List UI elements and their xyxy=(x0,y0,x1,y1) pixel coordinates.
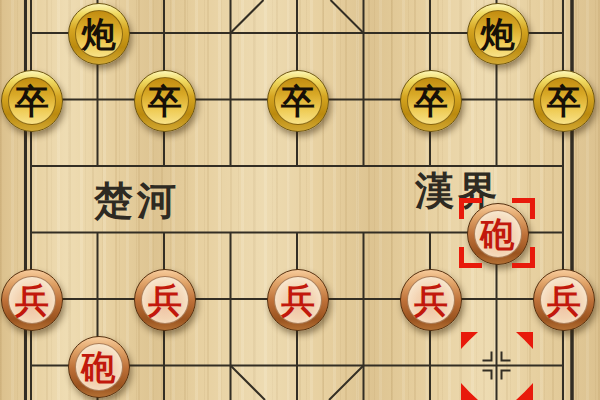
piece-black-soldier[interactable]: 卒 xyxy=(533,70,595,132)
piece-face: 炮 xyxy=(474,10,522,58)
piece-glyph: 炮 xyxy=(481,17,515,51)
piece-glyph: 兵 xyxy=(148,283,182,317)
piece-glyph: 砲 xyxy=(82,350,116,384)
piece-face: 砲 xyxy=(474,210,522,258)
piece-red-cannon[interactable]: 砲 xyxy=(68,336,130,398)
piece-red-soldier[interactable]: 兵 xyxy=(134,269,196,331)
piece-face: 卒 xyxy=(141,77,189,125)
piece-glyph: 卒 xyxy=(281,84,315,118)
piece-red-soldier[interactable]: 兵 xyxy=(267,269,329,331)
piece-face: 兵 xyxy=(274,276,322,324)
piece-glyph: 炮 xyxy=(82,17,116,51)
piece-black-cannon[interactable]: 炮 xyxy=(467,3,529,65)
piece-glyph: 卒 xyxy=(414,84,448,118)
piece-face: 兵 xyxy=(8,276,56,324)
piece-black-soldier[interactable]: 卒 xyxy=(1,70,63,132)
piece-face: 兵 xyxy=(540,276,588,324)
xiangqi-board[interactable]: 楚河 漢界 炮炮卒卒卒卒卒砲兵兵兵兵兵砲 xyxy=(0,0,600,400)
piece-face: 卒 xyxy=(8,77,56,125)
piece-red-soldier[interactable]: 兵 xyxy=(533,269,595,331)
piece-face: 砲 xyxy=(75,343,123,391)
piece-glyph: 卒 xyxy=(547,84,581,118)
piece-glyph: 兵 xyxy=(547,283,581,317)
piece-face: 卒 xyxy=(274,77,322,125)
piece-glyph: 卒 xyxy=(15,84,49,118)
piece-black-cannon[interactable]: 炮 xyxy=(68,3,130,65)
piece-red-soldier[interactable]: 兵 xyxy=(400,269,462,331)
piece-red-cannon[interactable]: 砲 xyxy=(467,203,529,265)
piece-black-soldier[interactable]: 卒 xyxy=(134,70,196,132)
piece-face: 卒 xyxy=(540,77,588,125)
piece-glyph: 兵 xyxy=(281,283,315,317)
piece-glyph: 兵 xyxy=(414,283,448,317)
piece-face: 炮 xyxy=(75,10,123,58)
piece-glyph: 兵 xyxy=(15,283,49,317)
piece-black-soldier[interactable]: 卒 xyxy=(400,70,462,132)
piece-face: 兵 xyxy=(407,276,455,324)
piece-red-soldier[interactable]: 兵 xyxy=(1,269,63,331)
piece-glyph: 卒 xyxy=(148,84,182,118)
piece-face: 兵 xyxy=(141,276,189,324)
river-label-chu-he: 楚河 xyxy=(94,174,180,228)
piece-glyph: 砲 xyxy=(481,217,515,251)
piece-face: 卒 xyxy=(407,77,455,125)
piece-black-soldier[interactable]: 卒 xyxy=(267,70,329,132)
